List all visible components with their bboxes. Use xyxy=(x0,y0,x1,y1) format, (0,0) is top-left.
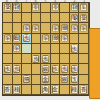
square-9-8[interactable] xyxy=(3,75,13,85)
square-1-7[interactable] xyxy=(79,64,89,74)
square-8-1[interactable]: 桂 xyxy=(13,3,23,13)
square-4-4[interactable]: 銀 xyxy=(51,34,61,44)
piece-gote: 銀 xyxy=(61,24,68,32)
square-2-8[interactable]: 玉 xyxy=(70,75,80,85)
piece-sente: 歩 xyxy=(71,65,78,73)
piece-gote: 飛 xyxy=(13,34,20,42)
square-4-3[interactable]: 歩 xyxy=(51,23,61,33)
square-6-4[interactable] xyxy=(32,34,42,44)
file-label: 6 xyxy=(31,0,41,3)
square-9-7[interactable]: 歩 xyxy=(3,64,13,74)
square-5-8[interactable]: 金 xyxy=(41,75,51,85)
square-5-2[interactable] xyxy=(41,13,51,23)
square-2-5[interactable]: 歩 xyxy=(70,44,80,54)
square-3-6[interactable] xyxy=(60,54,70,64)
piece-gote: 歩 xyxy=(80,24,87,32)
piece-gote: 金 xyxy=(52,3,59,11)
piece-sente: 飛 xyxy=(23,75,30,83)
square-8-7[interactable]: 歩 xyxy=(13,64,23,74)
piece-sente: 歩 xyxy=(61,65,68,73)
piece-gote: 玉 xyxy=(80,3,87,11)
piece-sente: 金 xyxy=(52,85,59,93)
square-5-3[interactable] xyxy=(41,23,51,33)
square-9-3[interactable] xyxy=(3,23,13,33)
square-1-9[interactable]: 香 xyxy=(79,85,89,95)
piece-gote: 金 xyxy=(32,3,39,11)
piece-sente: 桂 xyxy=(71,85,78,93)
square-1-8[interactable] xyxy=(79,75,89,85)
square-2-7[interactable]: 歩 xyxy=(70,64,80,74)
square-7-8[interactable]: 飛 xyxy=(22,75,32,85)
square-6-1[interactable]: 金 xyxy=(32,3,42,13)
piece-sente: 歩 xyxy=(4,65,11,73)
file-label: 3 xyxy=(60,0,70,3)
square-7-1[interactable] xyxy=(22,3,32,13)
square-9-9[interactable]: 香 xyxy=(3,85,13,95)
file-label: 2 xyxy=(70,0,80,3)
square-2-2[interactable]: 角 xyxy=(70,13,80,23)
square-5-5[interactable] xyxy=(41,44,51,54)
square-8-6[interactable] xyxy=(13,54,23,64)
square-6-5[interactable] xyxy=(32,44,42,54)
square-3-7[interactable]: 歩 xyxy=(60,64,70,74)
square-6-8[interactable] xyxy=(32,75,42,85)
square-7-7[interactable] xyxy=(22,64,32,74)
square-6-3[interactable]: 歩 xyxy=(32,23,42,33)
piece-gote: 歩 xyxy=(71,24,78,32)
square-3-5[interactable] xyxy=(60,44,70,54)
piece-sente: 銀 xyxy=(42,65,49,73)
square-3-4[interactable]: 歩 xyxy=(60,34,70,44)
square-7-3[interactable]: 歩 xyxy=(22,23,32,33)
square-6-7[interactable] xyxy=(32,64,42,74)
piece-gote: 歩 xyxy=(52,24,59,32)
piece-sente: 玉 xyxy=(71,75,78,83)
square-3-3[interactable]: 銀 xyxy=(60,23,70,33)
square-7-9[interactable] xyxy=(22,85,32,95)
piece-gote: 歩 xyxy=(61,34,68,42)
piece-sente: 歩 xyxy=(13,65,20,73)
square-4-8[interactable] xyxy=(51,75,61,85)
square-4-7[interactable]: 歩 xyxy=(51,64,61,74)
square-8-2[interactable] xyxy=(13,13,23,23)
piece-gote: 歩 xyxy=(13,44,20,52)
square-2-4[interactable] xyxy=(70,34,80,44)
square-6-9[interactable] xyxy=(32,85,42,95)
square-9-4[interactable]: 歩 xyxy=(3,34,13,44)
file-label: 7 xyxy=(21,0,31,3)
piece-gote: 桂 xyxy=(13,3,20,11)
square-2-9[interactable]: 桂 xyxy=(70,85,80,95)
piece-sente: 角 xyxy=(42,85,49,93)
file-label: 9 xyxy=(2,0,12,3)
square-7-4[interactable]: 歩 xyxy=(22,34,32,44)
shogi-board: 香桂金金桂玉角香歩歩歩銀歩歩歩飛歩歩銀歩歩歩歩歩歩歩銀歩歩歩飛金銀玉香桂角金桂香 xyxy=(2,2,90,96)
piece-sente: 香 xyxy=(4,85,11,93)
square-4-2[interactable] xyxy=(51,13,61,23)
square-3-9[interactable] xyxy=(60,85,70,95)
square-5-7[interactable]: 銀 xyxy=(41,64,51,74)
piece-gote: 歩 xyxy=(42,34,49,42)
square-9-2[interactable] xyxy=(3,13,13,23)
square-4-6[interactable] xyxy=(51,54,61,64)
piece-sente: 金 xyxy=(42,75,49,83)
square-4-5[interactable] xyxy=(51,44,61,54)
komadai-piece-stand[interactable] xyxy=(89,28,100,99)
square-3-8[interactable]: 銀 xyxy=(60,75,70,85)
square-1-2[interactable]: 香 xyxy=(79,13,89,23)
piece-gote: 歩 xyxy=(23,24,30,32)
piece-gote: 香 xyxy=(80,14,87,22)
square-6-2[interactable] xyxy=(32,13,42,23)
piece-sente: 歩 xyxy=(23,34,30,42)
piece-sente: 桂 xyxy=(13,85,20,93)
file-label: 8 xyxy=(12,0,22,3)
square-5-4[interactable]: 歩 xyxy=(41,34,51,44)
piece-gote: 歩 xyxy=(4,34,11,42)
square-2-3[interactable]: 歩 xyxy=(70,23,80,33)
square-5-1[interactable] xyxy=(41,3,51,13)
square-8-9[interactable]: 桂 xyxy=(13,85,23,95)
square-5-9[interactable]: 角 xyxy=(41,85,51,95)
piece-gote: 香 xyxy=(4,3,11,11)
square-1-3[interactable]: 歩 xyxy=(79,23,89,33)
piece-gote: 銀 xyxy=(52,34,59,42)
piece-sente: 香 xyxy=(80,85,87,93)
square-1-5[interactable] xyxy=(79,44,89,54)
piece-sente: 歩 xyxy=(32,55,39,63)
piece-gote: 角 xyxy=(71,14,78,22)
square-2-1[interactable]: 桂 xyxy=(70,3,80,13)
piece-gote: 歩 xyxy=(32,24,39,32)
file-coordinate-labels: 987654321 xyxy=(2,0,89,2)
square-9-1[interactable]: 香 xyxy=(3,3,13,13)
square-1-4[interactable] xyxy=(79,34,89,44)
square-6-6[interactable]: 歩 xyxy=(32,54,42,64)
square-1-6[interactable] xyxy=(79,54,89,64)
square-5-6[interactable]: 歩 xyxy=(41,54,51,64)
square-8-5[interactable]: 歩 xyxy=(13,44,23,54)
file-label: 4 xyxy=(50,0,60,3)
square-9-6[interactable] xyxy=(3,54,13,64)
file-label: 5 xyxy=(41,0,51,3)
square-4-1[interactable]: 金 xyxy=(51,3,61,13)
square-9-5[interactable] xyxy=(3,44,13,54)
square-8-8[interactable] xyxy=(13,75,23,85)
piece-gote: 桂 xyxy=(71,3,78,11)
file-label: 1 xyxy=(79,0,89,3)
square-3-2[interactable] xyxy=(60,13,70,23)
piece-sente: 歩 xyxy=(42,55,49,63)
square-8-3[interactable] xyxy=(13,23,23,33)
square-7-5[interactable] xyxy=(22,44,32,54)
piece-sente: 歩 xyxy=(52,65,59,73)
piece-sente: 歩 xyxy=(71,44,78,52)
square-7-2[interactable] xyxy=(22,13,32,23)
square-3-1[interactable] xyxy=(60,3,70,13)
square-1-1[interactable]: 玉 xyxy=(79,3,89,13)
square-4-9[interactable]: 金 xyxy=(51,85,61,95)
square-7-6[interactable] xyxy=(22,54,32,64)
square-2-6[interactable] xyxy=(70,54,80,64)
square-8-4[interactable]: 飛 xyxy=(13,34,23,44)
piece-sente: 銀 xyxy=(61,75,68,83)
shogi-app: 987654321 香桂金金桂玉角香歩歩歩銀歩歩歩飛歩歩銀歩歩歩歩歩歩歩銀歩歩歩… xyxy=(0,0,100,100)
